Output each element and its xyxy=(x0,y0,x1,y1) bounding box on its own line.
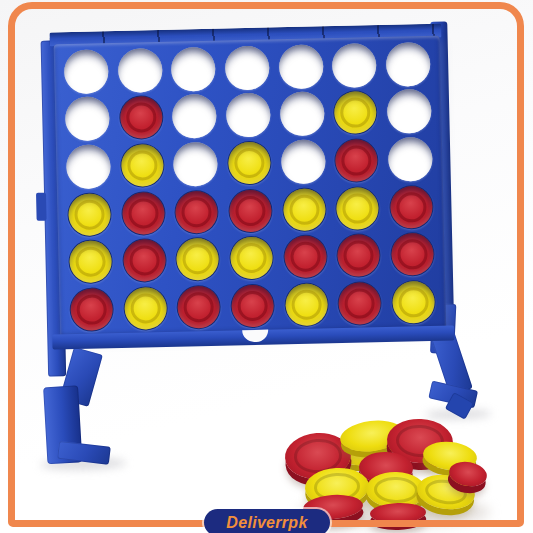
product-photo: Deliverrpk xyxy=(0,0,533,533)
loose-discs-pile xyxy=(0,0,533,533)
seller-watermark-pill: Deliverrpk xyxy=(204,509,330,533)
seller-watermark-label: Deliverrpk xyxy=(226,514,307,532)
